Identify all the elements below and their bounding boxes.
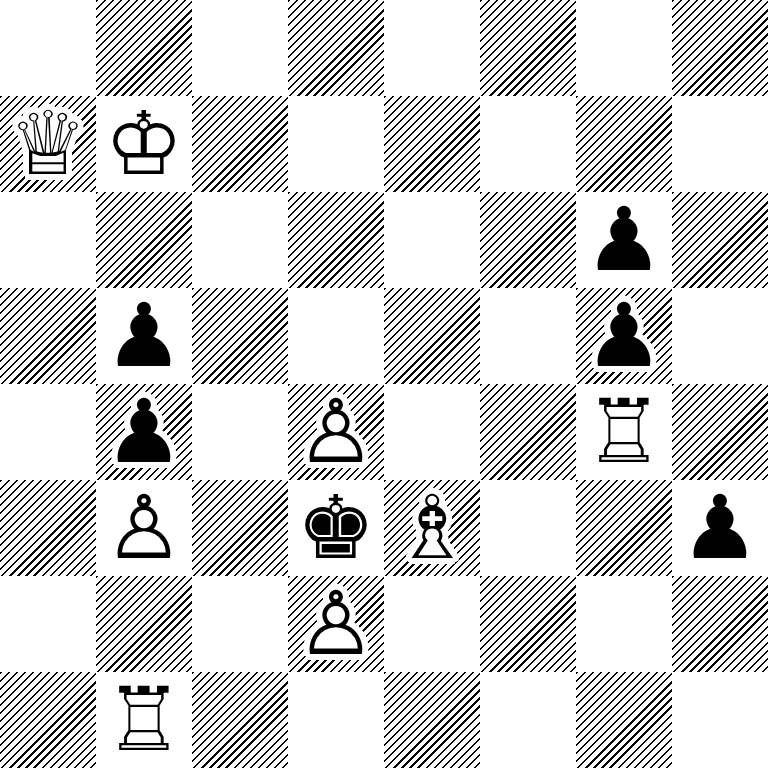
square-h8[interactable] — [672, 0, 768, 96]
square-b5[interactable]: ♟♟ — [96, 288, 192, 384]
square-h2[interactable] — [672, 576, 768, 672]
white-bishop-piece[interactable]: ♝♝♗ — [384, 480, 480, 576]
black-king-piece[interactable]: ♚♚ — [288, 480, 384, 576]
square-e1[interactable] — [384, 672, 480, 768]
black-king-glyph-body: ♚ — [288, 480, 384, 576]
square-f3[interactable] — [480, 480, 576, 576]
square-d1[interactable] — [288, 672, 384, 768]
square-h1[interactable] — [672, 672, 768, 768]
square-h4[interactable] — [672, 384, 768, 480]
black-pawn-glyph-body: ♟ — [672, 480, 768, 576]
square-d6[interactable] — [288, 192, 384, 288]
square-e7[interactable] — [384, 96, 480, 192]
white-pawn-piece[interactable]: ♟♟♙ — [288, 576, 384, 672]
black-pawn-glyph-body: ♟ — [576, 288, 672, 384]
square-d3[interactable]: ♚♚ — [288, 480, 384, 576]
square-c8[interactable] — [192, 0, 288, 96]
white-pawn-piece[interactable]: ♟♟♙ — [288, 384, 384, 480]
square-f7[interactable] — [480, 96, 576, 192]
square-c7[interactable] — [192, 96, 288, 192]
square-b1[interactable]: ♜♜♖ — [96, 672, 192, 768]
square-a1[interactable] — [0, 672, 96, 768]
square-g4[interactable]: ♜♜♖ — [576, 384, 672, 480]
square-b3[interactable]: ♟♟♙ — [96, 480, 192, 576]
white-queen-piece[interactable]: ♛♛♕ — [0, 96, 96, 192]
square-c1[interactable] — [192, 672, 288, 768]
square-a5[interactable] — [0, 288, 96, 384]
square-d7[interactable] — [288, 96, 384, 192]
square-b8[interactable] — [96, 0, 192, 96]
chess-board-diagram: ♛♛♕♚♚♔♟♟♟♟♟♟♟♟♟♟♙♜♜♖♟♟♙♚♚♝♝♗♟♟♟♟♙♜♜♖ — [0, 0, 768, 768]
square-f6[interactable] — [480, 192, 576, 288]
square-d8[interactable] — [288, 0, 384, 96]
square-b7[interactable]: ♚♚♔ — [96, 96, 192, 192]
square-d4[interactable]: ♟♟♙ — [288, 384, 384, 480]
square-e6[interactable] — [384, 192, 480, 288]
square-h6[interactable] — [672, 192, 768, 288]
square-e5[interactable] — [384, 288, 480, 384]
square-c2[interactable] — [192, 576, 288, 672]
white-rook-glyph-line: ♖ — [96, 672, 192, 768]
square-f8[interactable] — [480, 0, 576, 96]
square-a4[interactable] — [0, 384, 96, 480]
black-pawn-piece[interactable]: ♟♟ — [96, 288, 192, 384]
white-pawn-piece[interactable]: ♟♟♙ — [96, 480, 192, 576]
square-g6[interactable]: ♟♟ — [576, 192, 672, 288]
square-a6[interactable] — [0, 192, 96, 288]
square-d2[interactable]: ♟♟♙ — [288, 576, 384, 672]
white-queen-glyph-line: ♕ — [0, 96, 96, 192]
square-f2[interactable] — [480, 576, 576, 672]
square-f1[interactable] — [480, 672, 576, 768]
chess-board: ♛♛♕♚♚♔♟♟♟♟♟♟♟♟♟♟♙♜♜♖♟♟♙♚♚♝♝♗♟♟♟♟♙♜♜♖ — [0, 0, 768, 768]
square-g3[interactable] — [576, 480, 672, 576]
square-h3[interactable]: ♟♟ — [672, 480, 768, 576]
square-a8[interactable] — [0, 0, 96, 96]
white-bishop-glyph-line: ♗ — [384, 480, 480, 576]
square-a3[interactable] — [0, 480, 96, 576]
square-f5[interactable] — [480, 288, 576, 384]
black-pawn-glyph-body: ♟ — [96, 288, 192, 384]
square-e8[interactable] — [384, 0, 480, 96]
square-c5[interactable] — [192, 288, 288, 384]
square-h5[interactable] — [672, 288, 768, 384]
white-king-piece[interactable]: ♚♚♔ — [96, 96, 192, 192]
square-h7[interactable] — [672, 96, 768, 192]
square-a7[interactable]: ♛♛♕ — [0, 96, 96, 192]
square-g8[interactable] — [576, 0, 672, 96]
square-g7[interactable] — [576, 96, 672, 192]
white-rook-piece[interactable]: ♜♜♖ — [96, 672, 192, 768]
square-c3[interactable] — [192, 480, 288, 576]
square-b4[interactable]: ♟♟ — [96, 384, 192, 480]
square-e4[interactable] — [384, 384, 480, 480]
black-pawn-piece[interactable]: ♟♟ — [96, 384, 192, 480]
square-f4[interactable] — [480, 384, 576, 480]
black-pawn-piece[interactable]: ♟♟ — [576, 192, 672, 288]
black-pawn-piece[interactable]: ♟♟ — [672, 480, 768, 576]
square-a2[interactable] — [0, 576, 96, 672]
white-pawn-glyph-line: ♙ — [288, 576, 384, 672]
square-c6[interactable] — [192, 192, 288, 288]
white-pawn-glyph-line: ♙ — [96, 480, 192, 576]
black-pawn-piece[interactable]: ♟♟ — [576, 288, 672, 384]
square-g1[interactable] — [576, 672, 672, 768]
square-d5[interactable] — [288, 288, 384, 384]
white-rook-glyph-line: ♖ — [576, 384, 672, 480]
square-e3[interactable]: ♝♝♗ — [384, 480, 480, 576]
white-rook-piece[interactable]: ♜♜♖ — [576, 384, 672, 480]
square-c4[interactable] — [192, 384, 288, 480]
square-b6[interactable] — [96, 192, 192, 288]
white-pawn-glyph-line: ♙ — [288, 384, 384, 480]
white-king-glyph-line: ♔ — [96, 96, 192, 192]
square-b2[interactable] — [96, 576, 192, 672]
black-pawn-glyph-body: ♟ — [96, 384, 192, 480]
square-e2[interactable] — [384, 576, 480, 672]
square-g5[interactable]: ♟♟ — [576, 288, 672, 384]
square-g2[interactable] — [576, 576, 672, 672]
black-pawn-glyph-body: ♟ — [576, 192, 672, 288]
